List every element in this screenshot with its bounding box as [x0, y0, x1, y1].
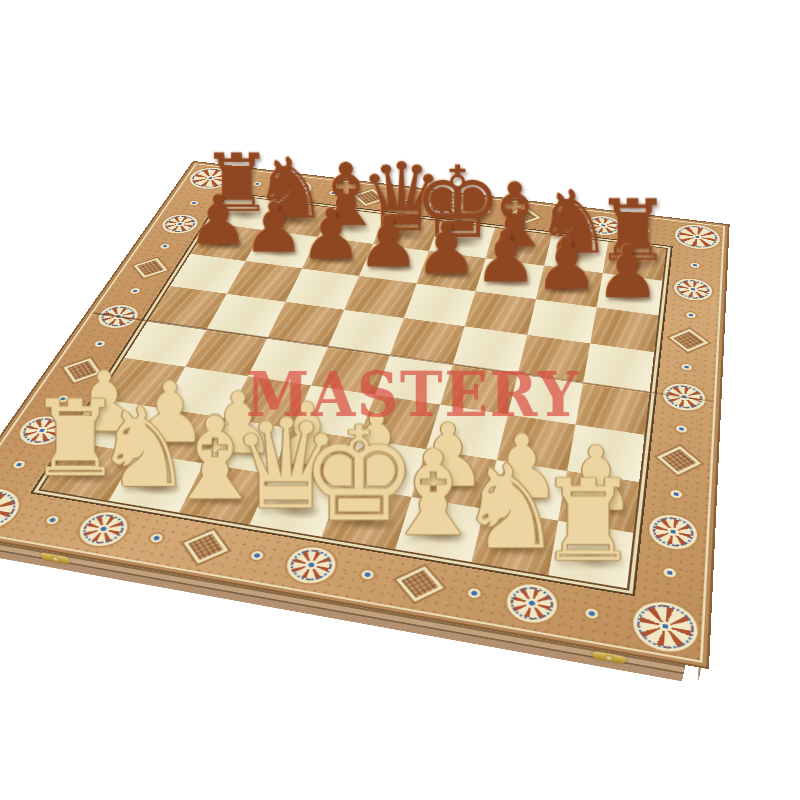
piece-dark-pawn: ♟ — [299, 200, 362, 270]
dot-ornament — [159, 243, 171, 249]
square-h7: ♟ — [596, 273, 662, 315]
dot-ornament — [670, 489, 682, 499]
rosette-ornament — [652, 515, 695, 550]
board-frame: ♜♞♝♛♚♝♞♜♟♟♟♟♟♟♟♟♟♟♟♟♟♟♟♟♜♞♝♛♚♝♞♜ — [0, 163, 725, 663]
dot-ornament — [466, 587, 480, 598]
corner-medallion-bottom-right — [627, 594, 703, 660]
dot-ornament — [12, 460, 27, 469]
dot-ornament — [93, 340, 106, 347]
rosette-ornament — [77, 512, 130, 546]
dot-ornament — [676, 424, 687, 432]
piece-dark-pawn: ♟ — [243, 193, 305, 262]
dot-ornament — [584, 608, 598, 620]
dot-ornament — [249, 550, 264, 561]
piece-dark-pawn: ♟ — [357, 207, 420, 277]
dot-ornament — [686, 312, 696, 319]
diamond-ornament — [669, 329, 709, 352]
corner-rosette-medallion — [635, 601, 695, 653]
piece-dark-pawn: ♟ — [595, 236, 660, 309]
dot-ornament — [360, 569, 375, 580]
dot-ornament — [129, 287, 141, 293]
square-g7: ♟ — [536, 266, 603, 307]
piece-dark-pawn: ♟ — [534, 228, 599, 300]
dot-ornament — [690, 262, 700, 268]
square-e6 — [404, 283, 476, 326]
dot-ornament — [663, 567, 676, 578]
piece-dark-pawn: ♟ — [188, 186, 250, 255]
product-photo: ♜♞♝♛♚♝♞♜♟♟♟♟♟♟♟♟♟♟♟♟♟♟♟♟♜♞♝♛♚♝♞♜ MASTERY — [0, 0, 800, 800]
piece-dark-pawn: ♟ — [415, 214, 479, 285]
brass-latch-right — [592, 651, 627, 664]
piece-light-rook: ♜ — [537, 466, 638, 578]
dot-ornament — [44, 515, 60, 525]
rosette-ornament — [286, 547, 337, 584]
rosette-ornament — [96, 305, 139, 328]
square-d6 — [344, 276, 417, 318]
rosette-ornament — [508, 584, 556, 623]
diamond-ornament — [396, 566, 443, 602]
square-h6 — [590, 307, 658, 352]
chess-board: ♜♞♝♛♚♝♞♜♟♟♟♟♟♟♟♟♟♟♟♟♟♟♟♟♜♞♝♛♚♝♞♜ — [0, 163, 725, 663]
piece-dark-pawn: ♟ — [474, 221, 538, 292]
brass-latch-left — [40, 552, 70, 564]
rosette-ornament — [676, 278, 710, 300]
square-f6 — [465, 291, 536, 335]
diamond-ornament — [134, 258, 168, 278]
dot-ornament — [148, 533, 163, 543]
corner-rosette-medallion — [677, 224, 718, 249]
square-a5 — [148, 286, 227, 329]
square-h1: ♜ — [548, 521, 633, 589]
dot-ornament — [681, 363, 692, 371]
diamond-ornament — [657, 446, 701, 475]
square-f5 — [453, 326, 527, 373]
diamond-ornament — [184, 530, 229, 564]
